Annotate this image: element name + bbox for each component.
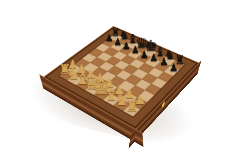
scene-3d [0, 0, 225, 150]
board-square-c1 [76, 79, 93, 90]
board-square-f1 [103, 93, 120, 105]
board-square-e3 [109, 76, 125, 87]
board-square-f3 [118, 81, 135, 92]
board-square-g1 [113, 99, 130, 111]
board-square-b2 [75, 68, 91, 78]
board-square-g2 [120, 92, 137, 104]
board-square-e1 [94, 88, 111, 100]
brass-clasp [161, 102, 164, 110]
board-square-f4 [125, 74, 141, 85]
board-square-h1 [123, 104, 141, 117]
board-square-f5 [132, 69, 148, 79]
board-square-c2 [84, 73, 100, 84]
board-square-h2 [130, 97, 147, 109]
board-square-h6 [157, 72, 173, 83]
board-square-d2 [92, 77, 108, 88]
chess-board-box [44, 27, 198, 129]
board-square-g5 [141, 73, 157, 84]
board-square-e2 [102, 82, 119, 93]
board-square-g4 [135, 79, 151, 90]
board-square-f2 [111, 87, 128, 99]
board-square-h4 [144, 84, 161, 95]
board-square-h3 [138, 90, 155, 102]
board-square-d1 [85, 84, 102, 95]
board-square-g3 [128, 85, 145, 97]
board-square-d3 [100, 71, 116, 82]
board-square-b1 [67, 74, 83, 85]
chess-set-photo: ♜♞♝♛♚♝♞♜♟♟♟♟♟♟♟♟♟♟♟♟♟♟♟♟♜♞♝♛♚♝♞♜ [0, 0, 225, 150]
board-square-a1 [59, 70, 75, 81]
chess-board [44, 27, 198, 129]
board-square-e4 [116, 70, 132, 81]
board-square-h5 [151, 78, 167, 89]
